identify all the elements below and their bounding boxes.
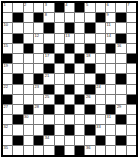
cell-r2c11[interactable] — [116, 23, 125, 32]
cell-r13c7[interactable] — [75, 136, 84, 145]
cell-r8c7[interactable] — [75, 85, 84, 94]
cell-r4c11[interactable]: 16 — [116, 44, 125, 53]
cell-r3c9[interactable] — [96, 34, 105, 43]
cell-r10c7[interactable] — [75, 105, 84, 114]
cell-r9c11[interactable] — [116, 95, 125, 104]
black-cell-r4c8 — [85, 44, 94, 53]
cell-r14c10[interactable] — [106, 146, 115, 155]
black-cell-r2c6 — [65, 23, 74, 32]
clue-number-33: 33 — [96, 125, 100, 129]
black-cell-r2c8 — [85, 23, 94, 32]
cell-r8c9[interactable]: 24 — [96, 85, 105, 94]
cell-r14c2[interactable] — [24, 146, 33, 155]
clue-number-26: 26 — [86, 95, 90, 99]
cell-r2c7[interactable] — [75, 23, 84, 32]
cell-r12c3[interactable] — [34, 125, 43, 134]
black-cell-r4c6 — [65, 44, 74, 53]
clue-number-8: 8 — [45, 13, 47, 17]
cell-r10c5[interactable] — [55, 105, 64, 114]
clue-number-34: 34 — [45, 136, 49, 140]
cell-r5c10[interactable] — [106, 54, 115, 63]
cell-r12c2[interactable] — [24, 125, 33, 134]
cell-r7c6[interactable] — [65, 74, 74, 83]
cell-r2c9[interactable] — [96, 23, 105, 32]
cell-r9c2[interactable] — [24, 95, 33, 104]
black-cell-r14c5 — [55, 146, 64, 155]
cell-r10c0[interactable]: 27 — [3, 105, 12, 114]
clue-number-1: 1 — [4, 3, 6, 7]
cell-r0c11[interactable] — [116, 3, 125, 12]
cell-r7c4[interactable]: 21 — [44, 74, 53, 83]
cell-r5c6[interactable] — [65, 54, 74, 63]
cell-r11c9[interactable] — [96, 115, 105, 124]
black-cell-r1c3 — [34, 13, 43, 22]
black-cell-r5c7 — [75, 54, 84, 63]
cell-r7c5[interactable] — [55, 74, 64, 83]
cell-r10c11[interactable]: 29 — [116, 105, 125, 114]
clue-number-21: 21 — [45, 74, 49, 78]
black-cell-r0c7 — [75, 3, 84, 12]
black-cell-r10c8 — [85, 105, 94, 114]
cell-r14c3[interactable] — [34, 146, 43, 155]
cell-r14c12[interactable] — [127, 146, 136, 155]
black-cell-r3c11 — [116, 34, 125, 43]
cell-r2c3[interactable] — [34, 23, 43, 32]
cell-r12c7[interactable] — [75, 125, 84, 134]
cell-r10c12[interactable] — [127, 105, 136, 114]
black-cell-r8c6 — [65, 85, 74, 94]
black-cell-r4c10 — [106, 44, 115, 53]
cell-r1c2[interactable] — [24, 13, 33, 22]
cell-r11c5[interactable] — [55, 115, 64, 124]
cell-r11c10[interactable]: 31 — [106, 115, 115, 124]
black-cell-r10c10 — [106, 105, 115, 114]
black-cell-r6c6 — [65, 64, 74, 73]
cell-r0c9[interactable] — [96, 3, 105, 12]
black-cell-r12c6 — [65, 125, 74, 134]
black-cell-r5c12 — [127, 54, 136, 63]
black-cell-r8c8 — [85, 85, 94, 94]
black-cell-r12c8 — [85, 125, 94, 134]
black-cell-r5c5 — [55, 54, 64, 63]
cell-r8c12[interactable] — [127, 85, 136, 94]
cell-r13c2[interactable] — [24, 136, 33, 145]
black-cell-r11c11 — [116, 115, 125, 124]
cell-r5c8[interactable]: 18 — [85, 54, 94, 63]
cell-r8c0[interactable]: 22 — [3, 85, 12, 94]
cell-r4c9[interactable] — [96, 44, 105, 53]
clue-number-24: 24 — [96, 85, 100, 89]
cell-r3c2[interactable] — [24, 34, 33, 43]
black-cell-r9c7 — [75, 95, 84, 104]
black-cell-r6c4 — [44, 64, 53, 73]
clue-number-19: 19 — [4, 64, 8, 68]
cell-r13c4[interactable]: 34 — [44, 136, 53, 145]
clue-number-28: 28 — [34, 105, 38, 109]
cell-r0c3[interactable] — [34, 3, 43, 12]
clue-number-31: 31 — [107, 115, 111, 119]
cell-r0c10[interactable]: 6 — [106, 3, 115, 12]
clue-number-2: 2 — [24, 3, 26, 7]
black-cell-r3c1 — [13, 34, 22, 43]
cell-r7c7[interactable] — [75, 74, 84, 83]
black-cell-r10c6 — [65, 105, 74, 114]
cell-r6c5[interactable] — [55, 64, 64, 73]
cell-r6c3[interactable] — [34, 64, 43, 73]
black-cell-r9c0 — [3, 95, 12, 104]
cell-r14c1[interactable] — [13, 146, 22, 155]
cell-r2c12[interactable] — [127, 23, 136, 32]
cell-r8c10[interactable] — [106, 85, 115, 94]
black-cell-r0c5 — [55, 3, 64, 12]
black-cell-r13c3 — [34, 136, 43, 145]
cell-r6c1[interactable] — [13, 64, 22, 73]
cell-r4c3[interactable] — [34, 44, 43, 53]
cell-r7c12[interactable] — [127, 74, 136, 83]
black-cell-r7c9 — [96, 74, 105, 83]
cell-r3c8[interactable] — [85, 34, 94, 43]
cell-r8c2[interactable] — [24, 85, 33, 94]
cell-r13c10[interactable] — [106, 136, 115, 145]
clue-number-29: 29 — [117, 105, 121, 109]
black-cell-r12c4 — [44, 125, 53, 134]
black-cell-r4c4 — [44, 44, 53, 53]
cell-r4c0[interactable]: 15 — [3, 44, 12, 53]
cell-r11c12[interactable] — [127, 115, 136, 124]
cell-r14c9[interactable] — [96, 146, 105, 155]
black-cell-r9c5 — [55, 95, 64, 104]
cell-r11c7[interactable] — [75, 115, 84, 124]
cell-r6c12[interactable] — [127, 64, 136, 73]
cell-r1c4[interactable]: 8 — [44, 13, 53, 22]
cell-r2c5[interactable] — [55, 23, 64, 32]
cell-r12c11[interactable] — [116, 125, 125, 134]
crossword-grid: 1234567891011121314151617181921222324252… — [1, 1, 138, 157]
cell-r1c10[interactable]: 9 — [106, 13, 115, 22]
cell-r1c7[interactable] — [75, 13, 84, 22]
clue-number-5: 5 — [86, 3, 88, 7]
cell-r8c5[interactable] — [55, 85, 64, 94]
cell-r1c0[interactable] — [3, 13, 12, 22]
cell-r4c1[interactable] — [13, 44, 22, 53]
cell-r12c5[interactable] — [55, 125, 64, 134]
cell-r7c0[interactable] — [3, 74, 12, 83]
cell-r14c4[interactable] — [44, 146, 53, 155]
cell-r3c6[interactable]: 13 — [65, 34, 74, 43]
cell-r6c11[interactable] — [116, 64, 125, 73]
cell-r2c2[interactable] — [24, 23, 33, 32]
cell-r3c0[interactable] — [3, 34, 12, 43]
black-cell-r8c4 — [44, 85, 53, 94]
cell-r14c8[interactable]: 36 — [85, 146, 94, 155]
cell-r5c9[interactable] — [96, 54, 105, 63]
clue-number-32: 32 — [4, 125, 8, 129]
cell-r12c10[interactable] — [106, 125, 115, 134]
cell-r14c6[interactable] — [65, 146, 74, 155]
cell-r3c12[interactable] — [127, 34, 136, 43]
cell-r1c6[interactable] — [65, 13, 74, 22]
cell-r2c1[interactable] — [13, 23, 22, 32]
black-cell-r7c3 — [34, 74, 43, 83]
clue-number-12: 12 — [34, 34, 38, 38]
cell-r0c4[interactable]: 3 — [44, 3, 53, 12]
cell-r14c11[interactable] — [116, 146, 125, 155]
cell-r1c12[interactable] — [127, 13, 136, 22]
clue-number-17: 17 — [45, 54, 49, 58]
cell-r12c0[interactable]: 32 — [3, 125, 12, 134]
cell-r2c0[interactable]: 10 — [3, 23, 12, 32]
black-cell-r4c2 — [24, 44, 33, 53]
cell-r3c5[interactable] — [55, 34, 64, 43]
cell-r13c12[interactable] — [127, 136, 136, 145]
clue-number-35: 35 — [4, 146, 8, 150]
cell-r10c3[interactable]: 28 — [34, 105, 43, 114]
cell-r11c3[interactable] — [34, 115, 43, 124]
cell-r1c5[interactable] — [55, 13, 64, 22]
black-cell-r10c4 — [44, 105, 53, 114]
clue-number-23: 23 — [34, 85, 38, 89]
cell-r5c11[interactable] — [116, 54, 125, 63]
cell-r6c10[interactable] — [106, 64, 115, 73]
cell-r11c8[interactable] — [85, 115, 94, 124]
cell-r11c6[interactable] — [65, 115, 74, 124]
black-cell-r1c1 — [13, 13, 22, 22]
black-cell-r1c11 — [116, 13, 125, 22]
clue-number-4: 4 — [65, 3, 67, 7]
cell-r4c12[interactable] — [127, 44, 136, 53]
cell-r5c1[interactable] — [13, 54, 22, 63]
cell-r6c9[interactable] — [96, 64, 105, 73]
clue-number-27: 27 — [4, 105, 8, 109]
black-cell-r2c4 — [44, 23, 53, 32]
clue-number-18: 18 — [86, 54, 90, 58]
cell-r13c6[interactable] — [65, 136, 74, 145]
cell-r0c1[interactable] — [13, 3, 22, 12]
black-cell-r11c1 — [13, 115, 22, 124]
cell-r9c1[interactable] — [13, 95, 22, 104]
cell-r11c4[interactable] — [44, 115, 53, 124]
cell-r12c1[interactable] — [13, 125, 22, 134]
cell-r13c5[interactable] — [55, 136, 64, 145]
cell-r6c2[interactable] — [24, 64, 33, 73]
cell-r9c3[interactable] — [34, 95, 43, 104]
black-cell-r14c7 — [75, 146, 84, 155]
black-cell-r10c2 — [24, 105, 33, 114]
cell-r12c9[interactable]: 33 — [96, 125, 105, 134]
black-cell-r9c12 — [127, 95, 136, 104]
clue-number-15: 15 — [4, 44, 8, 48]
cell-r9c10[interactable] — [106, 95, 115, 104]
cell-r9c8[interactable]: 26 — [85, 95, 94, 104]
clue-number-30: 30 — [24, 115, 28, 119]
cell-r9c4[interactable]: 25 — [44, 95, 53, 104]
cell-r8c1[interactable] — [13, 85, 22, 94]
cell-r5c3[interactable] — [34, 54, 43, 63]
cell-r10c1[interactable] — [13, 105, 22, 114]
cell-r0c8[interactable]: 5 — [85, 3, 94, 12]
cell-r6c7[interactable] — [75, 64, 84, 73]
clue-number-3: 3 — [45, 3, 47, 7]
clue-number-11: 11 — [107, 23, 111, 27]
cell-r11c2[interactable]: 30 — [24, 115, 33, 124]
cell-r5c2[interactable] — [24, 54, 33, 63]
black-cell-r6c8 — [85, 64, 94, 73]
cell-r4c5[interactable] — [55, 44, 64, 53]
clue-number-13: 13 — [65, 34, 69, 38]
cell-r5c4[interactable]: 17 — [44, 54, 53, 63]
clue-number-6: 6 — [107, 3, 109, 7]
cell-r3c3[interactable]: 12 — [34, 34, 43, 43]
cell-r3c10[interactable]: 14 — [106, 34, 115, 43]
black-cell-r7c11 — [116, 74, 125, 83]
cell-r8c11[interactable] — [116, 85, 125, 94]
cell-r8c3[interactable]: 23 — [34, 85, 43, 94]
cell-r2c10[interactable]: 11 — [106, 23, 115, 32]
cell-r9c6[interactable] — [65, 95, 74, 104]
cell-r13c8[interactable] — [85, 136, 94, 145]
clue-number-7: 7 — [127, 3, 129, 7]
cell-r12c12[interactable] — [127, 125, 136, 134]
black-cell-r5c0 — [3, 54, 12, 63]
clue-number-10: 10 — [4, 23, 8, 27]
cell-r0c12[interactable]: 7 — [127, 3, 136, 12]
black-cell-r7c1 — [13, 74, 22, 83]
cell-r1c8[interactable] — [85, 13, 94, 22]
cell-r0c2[interactable]: 2 — [24, 3, 33, 12]
clue-number-25: 25 — [45, 95, 49, 99]
cell-r10c9[interactable] — [96, 105, 105, 114]
clue-number-36: 36 — [86, 146, 90, 150]
clue-number-22: 22 — [4, 85, 8, 89]
cell-r9c9[interactable] — [96, 95, 105, 104]
black-cell-r13c11 — [116, 136, 125, 145]
cell-r7c2[interactable] — [24, 74, 33, 83]
crossword-page: 1234567891011121314151617181921222324252… — [0, 0, 140, 159]
cell-r11c0[interactable] — [3, 115, 12, 124]
cell-r0c0[interactable]: 1 — [3, 3, 12, 12]
cell-r7c8[interactable] — [85, 74, 94, 83]
cell-r3c4[interactable] — [44, 34, 53, 43]
cell-r14c0[interactable]: 35 — [3, 146, 12, 155]
cell-r4c7[interactable] — [75, 44, 84, 53]
cell-r13c0[interactable] — [3, 136, 12, 145]
clue-number-14: 14 — [107, 34, 111, 38]
clue-number-9: 9 — [107, 13, 109, 17]
cell-r7c10[interactable] — [106, 74, 115, 83]
black-cell-r13c9 — [96, 136, 105, 145]
clue-number-16: 16 — [117, 44, 121, 48]
cell-r3c7[interactable] — [75, 34, 84, 43]
cell-r6c0[interactable]: 19 — [3, 64, 12, 73]
black-cell-r13c1 — [13, 136, 22, 145]
black-cell-r1c9 — [96, 13, 105, 22]
cell-r0c6[interactable]: 4 — [65, 3, 74, 12]
